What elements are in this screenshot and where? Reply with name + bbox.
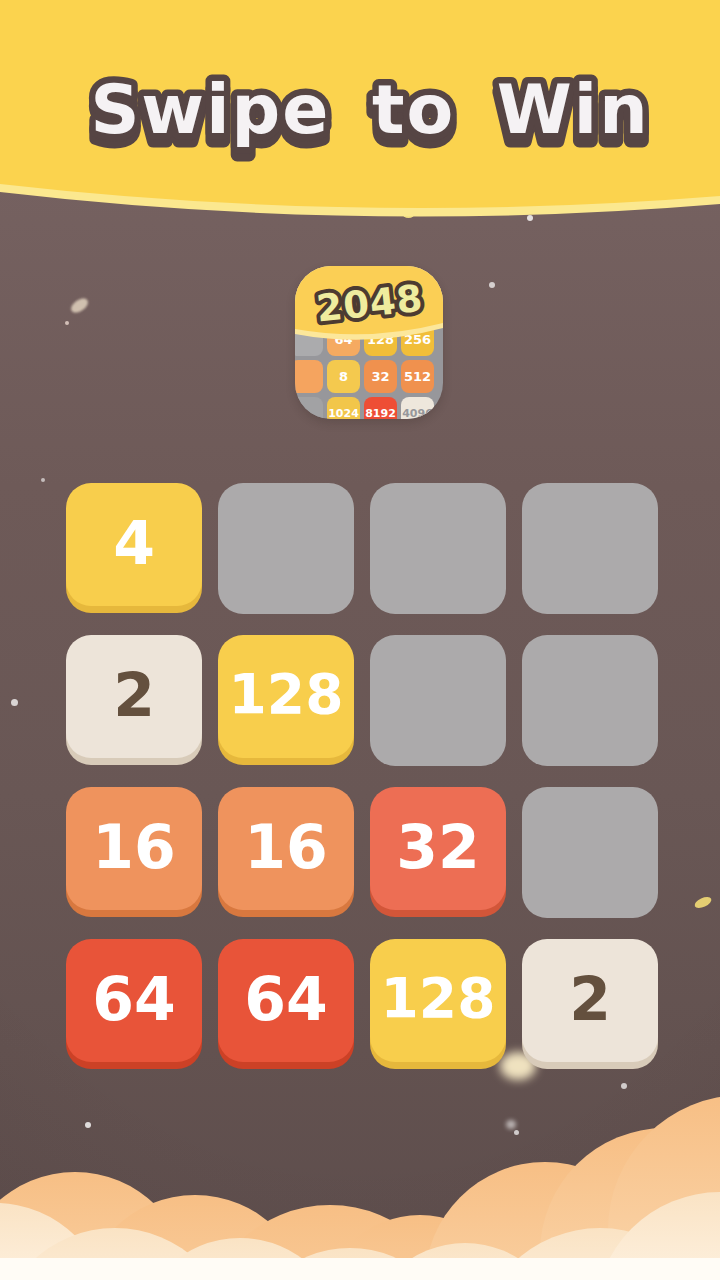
tile-empty [218,483,354,614]
icon-tile-value: 32 [371,370,389,383]
sparkle [693,895,713,911]
tile-2[interactable]: 2 [522,939,658,1062]
icon-tile-512: 512 [401,360,434,393]
tile-value: 64 [244,969,328,1029]
tile-value: 16 [244,817,328,877]
tile-value: 64 [92,969,176,1029]
tile-16[interactable]: 16 [66,787,202,910]
icon-tile-empty [295,397,323,419]
tile-2[interactable]: 2 [66,635,202,758]
tile-value: 16 [92,817,176,877]
tile-value: 4 [113,513,155,573]
icon-tile-value: 1024 [328,408,359,419]
sparkle [11,699,18,706]
icon-tile-value: 512 [404,370,431,383]
icon-tile-32: 32 [364,360,397,393]
icon-tile-8192: 8192 [364,397,397,419]
sparkle [85,1122,91,1128]
tile-value: 2 [113,665,155,725]
sparkle [489,282,495,288]
tile-128[interactable]: 128 [370,939,506,1062]
tile-value: 2 [569,969,611,1029]
sparkle [69,296,91,316]
tile-empty [370,483,506,614]
icon-header: 2048 [295,266,443,352]
icon-tile-value: 8192 [365,408,396,419]
tile-128[interactable]: 128 [218,635,354,758]
icon-tile-empty [295,360,323,393]
tile-empty [522,483,658,614]
tile-64[interactable]: 64 [218,939,354,1062]
icon-tile-8: 8 [327,360,360,393]
icon-tile-4096: 4096 [401,397,434,419]
tile-value: 128 [229,667,344,722]
app-icon-2048[interactable]: 64128256832512102481924096 2048 [295,266,443,419]
sparkle [41,478,45,482]
tile-16[interactable]: 16 [218,787,354,910]
game-board[interactable]: 4212816163264641282 [66,483,658,1091]
tile-value: 32 [396,817,480,877]
tile-empty [522,787,658,918]
tile-empty [522,635,658,766]
cloud-fill [0,1258,720,1280]
tile-32[interactable]: 32 [370,787,506,910]
promo-screen: Swipe to Win Swipe to Win 64128256832512… [0,0,720,1280]
tile-value: 128 [381,971,496,1026]
tile-empty [370,635,506,766]
banner-title: Swipe to Win [90,70,649,149]
icon-tile-value: 8 [339,370,348,383]
icon-tile-1024: 1024 [327,397,360,419]
sparkle [506,1120,516,1129]
tile-64[interactable]: 64 [66,939,202,1062]
banner: Swipe to Win Swipe to Win [0,0,720,236]
icon-tile-value: 4096 [402,408,433,419]
sparkle [514,1130,519,1135]
sparkle [65,321,69,325]
tile-4[interactable]: 4 [66,483,202,606]
